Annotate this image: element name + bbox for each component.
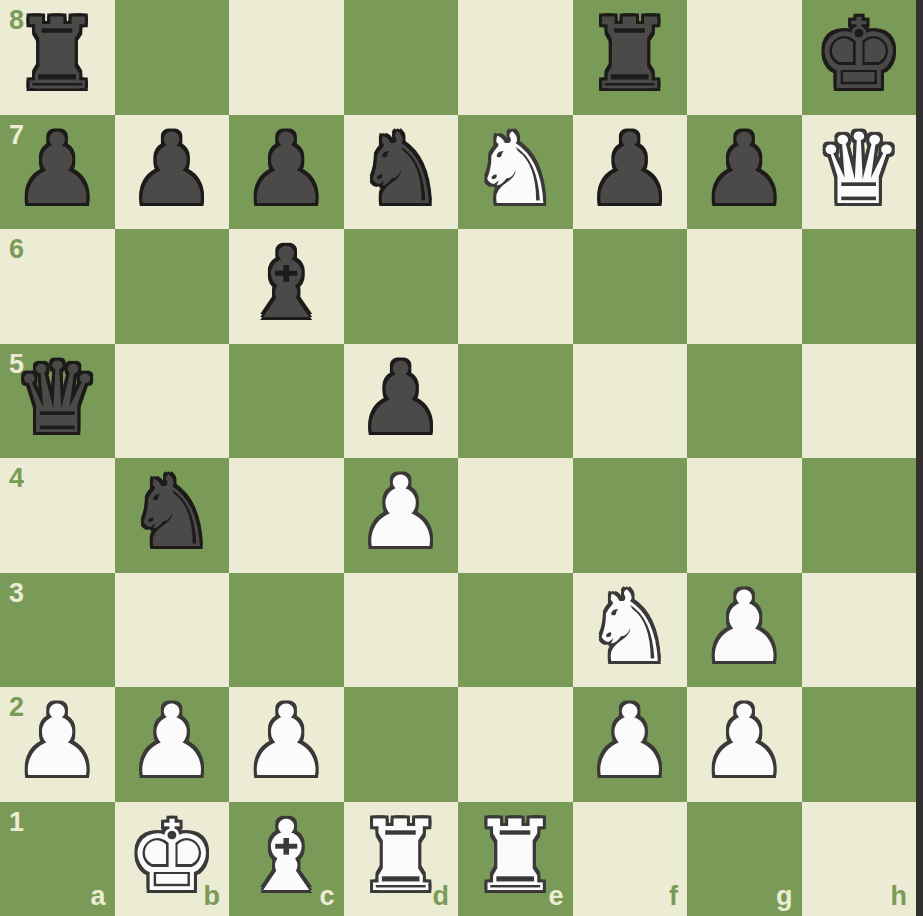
square-d8[interactable] <box>344 0 459 115</box>
square-f1[interactable]: f <box>573 802 688 916</box>
square-c1[interactable]: c♝ <box>229 802 344 916</box>
square-d5[interactable]: ♟ <box>344 344 459 459</box>
square-d4[interactable]: ♟ <box>344 458 459 573</box>
piece-white-pawn[interactable]: ♟ <box>242 684 330 799</box>
square-f5[interactable] <box>573 344 688 459</box>
square-e4[interactable] <box>458 458 573 573</box>
square-e8[interactable] <box>458 0 573 115</box>
square-a2[interactable]: 2♟ <box>0 687 115 802</box>
square-c6[interactable]: ♝ <box>229 229 344 344</box>
piece-white-bishop[interactable]: ♝ <box>242 799 330 914</box>
piece-black-pawn[interactable]: ♟ <box>128 112 216 227</box>
rank-label-3: 3 <box>9 580 24 607</box>
square-h4[interactable] <box>802 458 917 573</box>
square-g6[interactable] <box>687 229 802 344</box>
file-label-a: a <box>90 883 105 910</box>
piece-white-pawn[interactable]: ♟ <box>357 455 445 570</box>
square-a1[interactable]: 1a <box>0 802 115 916</box>
square-g2[interactable]: ♟ <box>687 687 802 802</box>
rank-label-1: 1 <box>9 809 24 836</box>
square-e6[interactable] <box>458 229 573 344</box>
square-a3[interactable]: 3 <box>0 573 115 688</box>
piece-black-pawn[interactable]: ♟ <box>700 112 788 227</box>
square-f7[interactable]: ♟ <box>573 115 688 230</box>
piece-white-pawn[interactable]: ♟ <box>700 570 788 685</box>
square-e7[interactable]: ♞ <box>458 115 573 230</box>
board-edge-strip <box>916 0 923 916</box>
square-d2[interactable] <box>344 687 459 802</box>
square-f2[interactable]: ♟ <box>573 687 688 802</box>
piece-white-king[interactable]: ♚ <box>128 799 216 914</box>
square-d3[interactable] <box>344 573 459 688</box>
piece-white-knight[interactable]: ♞ <box>586 570 674 685</box>
square-c3[interactable] <box>229 573 344 688</box>
square-h2[interactable] <box>802 687 917 802</box>
square-f8[interactable]: ♜ <box>573 0 688 115</box>
square-a5[interactable]: 5♛ <box>0 344 115 459</box>
square-e1[interactable]: e♜ <box>458 802 573 916</box>
piece-white-pawn[interactable]: ♟ <box>586 684 674 799</box>
piece-white-knight[interactable]: ♞ <box>471 112 559 227</box>
square-c5[interactable] <box>229 344 344 459</box>
rank-label-4: 4 <box>9 465 24 492</box>
piece-black-pawn[interactable]: ♟ <box>357 341 445 456</box>
square-f4[interactable] <box>573 458 688 573</box>
file-label-f: f <box>669 883 678 910</box>
piece-white-pawn[interactable]: ♟ <box>700 684 788 799</box>
square-b7[interactable]: ♟ <box>115 115 230 230</box>
file-label-g: g <box>776 883 793 910</box>
square-b8[interactable] <box>115 0 230 115</box>
square-a8[interactable]: 8♜ <box>0 0 115 115</box>
square-d7[interactable]: ♞ <box>344 115 459 230</box>
piece-black-pawn[interactable]: ♟ <box>13 112 101 227</box>
square-h6[interactable] <box>802 229 917 344</box>
piece-black-king[interactable]: ♚ <box>815 0 903 112</box>
square-c7[interactable]: ♟ <box>229 115 344 230</box>
piece-white-queen[interactable]: ♛ <box>815 112 903 227</box>
square-b3[interactable] <box>115 573 230 688</box>
piece-black-pawn[interactable]: ♟ <box>586 112 674 227</box>
square-g1[interactable]: g <box>687 802 802 916</box>
file-label-h: h <box>891 883 908 910</box>
square-b4[interactable]: ♞ <box>115 458 230 573</box>
chess-board: 8♜♜♚7♟♟♟♞♞♟♟♛6♝5♛♟4♞♟3♞♟2♟♟♟♟♟1ab♚c♝d♜e♜… <box>0 0 916 916</box>
square-d1[interactable]: d♜ <box>344 802 459 916</box>
square-b6[interactable] <box>115 229 230 344</box>
square-d6[interactable] <box>344 229 459 344</box>
square-e3[interactable] <box>458 573 573 688</box>
square-e2[interactable] <box>458 687 573 802</box>
square-b1[interactable]: b♚ <box>115 802 230 916</box>
square-h3[interactable] <box>802 573 917 688</box>
piece-white-rook[interactable]: ♜ <box>357 799 445 914</box>
piece-black-rook[interactable]: ♜ <box>13 0 101 112</box>
piece-black-knight[interactable]: ♞ <box>357 112 445 227</box>
piece-white-pawn[interactable]: ♟ <box>128 684 216 799</box>
square-g3[interactable]: ♟ <box>687 573 802 688</box>
piece-white-pawn[interactable]: ♟ <box>13 684 101 799</box>
piece-black-queen[interactable]: ♛ <box>13 341 101 456</box>
square-g7[interactable]: ♟ <box>687 115 802 230</box>
piece-black-bishop[interactable]: ♝ <box>242 226 330 341</box>
square-b2[interactable]: ♟ <box>115 687 230 802</box>
square-h7[interactable]: ♛ <box>802 115 917 230</box>
piece-white-rook[interactable]: ♜ <box>471 799 559 914</box>
square-c2[interactable]: ♟ <box>229 687 344 802</box>
square-h1[interactable]: h <box>802 802 917 916</box>
square-g4[interactable] <box>687 458 802 573</box>
square-h8[interactable]: ♚ <box>802 0 917 115</box>
square-f3[interactable]: ♞ <box>573 573 688 688</box>
piece-black-knight[interactable]: ♞ <box>128 455 216 570</box>
square-f6[interactable] <box>573 229 688 344</box>
square-h5[interactable] <box>802 344 917 459</box>
square-c8[interactable] <box>229 0 344 115</box>
square-c4[interactable] <box>229 458 344 573</box>
square-g8[interactable] <box>687 0 802 115</box>
square-g5[interactable] <box>687 344 802 459</box>
square-a7[interactable]: 7♟ <box>0 115 115 230</box>
square-e5[interactable] <box>458 344 573 459</box>
piece-black-rook[interactable]: ♜ <box>586 0 674 112</box>
square-b5[interactable] <box>115 344 230 459</box>
square-a4[interactable]: 4 <box>0 458 115 573</box>
piece-black-pawn[interactable]: ♟ <box>242 112 330 227</box>
rank-label-6: 6 <box>9 236 24 263</box>
square-a6[interactable]: 6 <box>0 229 115 344</box>
